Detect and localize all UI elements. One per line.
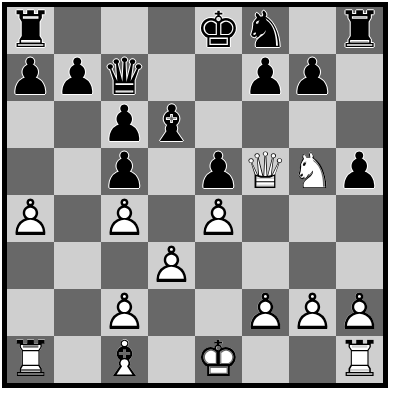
square-c6[interactable]: ♟ bbox=[101, 101, 148, 148]
square-h2[interactable]: ♟♙ bbox=[336, 289, 383, 336]
white-pawn[interactable]: ♟♙ bbox=[336, 289, 383, 336]
square-f4[interactable] bbox=[242, 195, 289, 242]
black-pawn[interactable]: ♟ bbox=[101, 148, 148, 195]
square-a4[interactable]: ♟♙ bbox=[7, 195, 54, 242]
black-pawn[interactable]: ♟ bbox=[195, 148, 242, 195]
square-d5[interactable] bbox=[148, 148, 195, 195]
square-d7[interactable] bbox=[148, 54, 195, 101]
square-g4[interactable] bbox=[289, 195, 336, 242]
chess-board: ♜♚♞♜♟♟♛♟♟♟♝♟♟♛♕♞♘♟♟♙♟♙♟♙♟♙♟♙♟♙♟♙♟♙♜♖♝♗♚♔… bbox=[7, 7, 383, 383]
white-bishop-outline: ♗ bbox=[101, 336, 148, 383]
square-c8[interactable] bbox=[101, 7, 148, 54]
square-g3[interactable] bbox=[289, 242, 336, 289]
white-rook-outline: ♖ bbox=[336, 336, 383, 383]
black-knight-glyph: ♞ bbox=[242, 7, 289, 54]
square-g6[interactable] bbox=[289, 101, 336, 148]
square-b3[interactable] bbox=[54, 242, 101, 289]
white-bishop[interactable]: ♝♗ bbox=[101, 336, 148, 383]
square-b8[interactable] bbox=[54, 7, 101, 54]
black-queen[interactable]: ♛ bbox=[101, 54, 148, 101]
square-f8[interactable]: ♞ bbox=[242, 7, 289, 54]
square-h6[interactable] bbox=[336, 101, 383, 148]
square-f6[interactable] bbox=[242, 101, 289, 148]
white-pawn[interactable]: ♟♙ bbox=[7, 195, 54, 242]
white-rook-outline: ♖ bbox=[7, 336, 54, 383]
black-pawn[interactable]: ♟ bbox=[101, 101, 148, 148]
square-d6[interactable]: ♝ bbox=[148, 101, 195, 148]
black-pawn-glyph: ♟ bbox=[289, 54, 336, 101]
square-g2[interactable]: ♟♙ bbox=[289, 289, 336, 336]
black-pawn-glyph: ♟ bbox=[54, 54, 101, 101]
square-f7[interactable]: ♟ bbox=[242, 54, 289, 101]
black-pawn-glyph: ♟ bbox=[101, 148, 148, 195]
black-rook-glyph: ♜ bbox=[336, 7, 383, 54]
white-pawn-outline: ♙ bbox=[101, 289, 148, 336]
square-d8[interactable] bbox=[148, 7, 195, 54]
square-e1[interactable]: ♚♔ bbox=[195, 336, 242, 383]
black-queen-glyph: ♛ bbox=[101, 54, 148, 101]
square-c2[interactable]: ♟♙ bbox=[101, 289, 148, 336]
black-rook[interactable]: ♜ bbox=[7, 7, 54, 54]
square-e7[interactable] bbox=[195, 54, 242, 101]
square-c5[interactable]: ♟ bbox=[101, 148, 148, 195]
square-c3[interactable] bbox=[101, 242, 148, 289]
square-e3[interactable] bbox=[195, 242, 242, 289]
white-pawn-outline: ♙ bbox=[195, 195, 242, 242]
square-h3[interactable] bbox=[336, 242, 383, 289]
square-d1[interactable] bbox=[148, 336, 195, 383]
square-d4[interactable] bbox=[148, 195, 195, 242]
black-pawn[interactable]: ♟ bbox=[7, 54, 54, 101]
square-a2[interactable] bbox=[7, 289, 54, 336]
black-pawn[interactable]: ♟ bbox=[54, 54, 101, 101]
black-pawn-glyph: ♟ bbox=[101, 101, 148, 148]
black-king-glyph: ♚ bbox=[195, 7, 242, 54]
white-pawn[interactable]: ♟♙ bbox=[101, 289, 148, 336]
white-knight[interactable]: ♞♘ bbox=[289, 148, 336, 195]
square-g7[interactable]: ♟ bbox=[289, 54, 336, 101]
white-king[interactable]: ♚♔ bbox=[195, 336, 242, 383]
square-b1[interactable] bbox=[54, 336, 101, 383]
square-f2[interactable]: ♟♙ bbox=[242, 289, 289, 336]
white-king-outline: ♔ bbox=[195, 336, 242, 383]
square-h4[interactable] bbox=[336, 195, 383, 242]
white-pawn[interactable]: ♟♙ bbox=[289, 289, 336, 336]
black-pawn[interactable]: ♟ bbox=[336, 148, 383, 195]
square-e8[interactable]: ♚ bbox=[195, 7, 242, 54]
square-h1[interactable]: ♜♖ bbox=[336, 336, 383, 383]
white-pawn-outline: ♙ bbox=[101, 195, 148, 242]
square-e4[interactable]: ♟♙ bbox=[195, 195, 242, 242]
white-pawn-outline: ♙ bbox=[7, 195, 54, 242]
square-a1[interactable]: ♜♖ bbox=[7, 336, 54, 383]
square-f3[interactable] bbox=[242, 242, 289, 289]
black-pawn-glyph: ♟ bbox=[7, 54, 54, 101]
square-e6[interactable] bbox=[195, 101, 242, 148]
square-a6[interactable] bbox=[7, 101, 54, 148]
white-knight-outline: ♘ bbox=[289, 148, 336, 195]
white-pawn-outline: ♙ bbox=[242, 289, 289, 336]
white-queen[interactable]: ♛♕ bbox=[242, 148, 289, 195]
square-b5[interactable] bbox=[54, 148, 101, 195]
board-frame: ♜♚♞♜♟♟♛♟♟♟♝♟♟♛♕♞♘♟♟♙♟♙♟♙♟♙♟♙♟♙♟♙♟♙♜♖♝♗♚♔… bbox=[2, 2, 388, 388]
white-pawn[interactable]: ♟♙ bbox=[101, 195, 148, 242]
square-h8[interactable]: ♜ bbox=[336, 7, 383, 54]
white-pawn[interactable]: ♟♙ bbox=[242, 289, 289, 336]
square-c7[interactable]: ♛ bbox=[101, 54, 148, 101]
square-b7[interactable]: ♟ bbox=[54, 54, 101, 101]
white-pawn[interactable]: ♟♙ bbox=[148, 242, 195, 289]
white-rook[interactable]: ♜♖ bbox=[7, 336, 54, 383]
square-h5[interactable]: ♟ bbox=[336, 148, 383, 195]
white-pawn-outline: ♙ bbox=[148, 242, 195, 289]
black-pawn-glyph: ♟ bbox=[195, 148, 242, 195]
square-a8[interactable]: ♜ bbox=[7, 7, 54, 54]
black-pawn[interactable]: ♟ bbox=[242, 54, 289, 101]
square-b6[interactable] bbox=[54, 101, 101, 148]
black-pawn-glyph: ♟ bbox=[336, 148, 383, 195]
black-bishop-glyph: ♝ bbox=[148, 101, 195, 148]
white-queen-outline: ♕ bbox=[242, 148, 289, 195]
black-king[interactable]: ♚ bbox=[195, 7, 242, 54]
square-f5[interactable]: ♛♕ bbox=[242, 148, 289, 195]
square-f1[interactable] bbox=[242, 336, 289, 383]
square-a5[interactable] bbox=[7, 148, 54, 195]
square-e5[interactable]: ♟ bbox=[195, 148, 242, 195]
square-g5[interactable]: ♞♘ bbox=[289, 148, 336, 195]
square-a7[interactable]: ♟ bbox=[7, 54, 54, 101]
square-d3[interactable]: ♟♙ bbox=[148, 242, 195, 289]
black-pawn-glyph: ♟ bbox=[242, 54, 289, 101]
black-knight[interactable]: ♞ bbox=[242, 7, 289, 54]
black-bishop[interactable]: ♝ bbox=[148, 101, 195, 148]
white-pawn[interactable]: ♟♙ bbox=[195, 195, 242, 242]
square-a3[interactable] bbox=[7, 242, 54, 289]
square-c1[interactable]: ♝♗ bbox=[101, 336, 148, 383]
black-rook-glyph: ♜ bbox=[7, 7, 54, 54]
white-pawn-outline: ♙ bbox=[336, 289, 383, 336]
square-h7[interactable] bbox=[336, 54, 383, 101]
white-rook[interactable]: ♜♖ bbox=[336, 336, 383, 383]
square-b2[interactable] bbox=[54, 289, 101, 336]
square-c4[interactable]: ♟♙ bbox=[101, 195, 148, 242]
white-pawn-outline: ♙ bbox=[289, 289, 336, 336]
square-g8[interactable] bbox=[289, 7, 336, 54]
black-pawn[interactable]: ♟ bbox=[289, 54, 336, 101]
square-g1[interactable] bbox=[289, 336, 336, 383]
square-d2[interactable] bbox=[148, 289, 195, 336]
black-rook[interactable]: ♜ bbox=[336, 7, 383, 54]
square-e2[interactable] bbox=[195, 289, 242, 336]
square-b4[interactable] bbox=[54, 195, 101, 242]
